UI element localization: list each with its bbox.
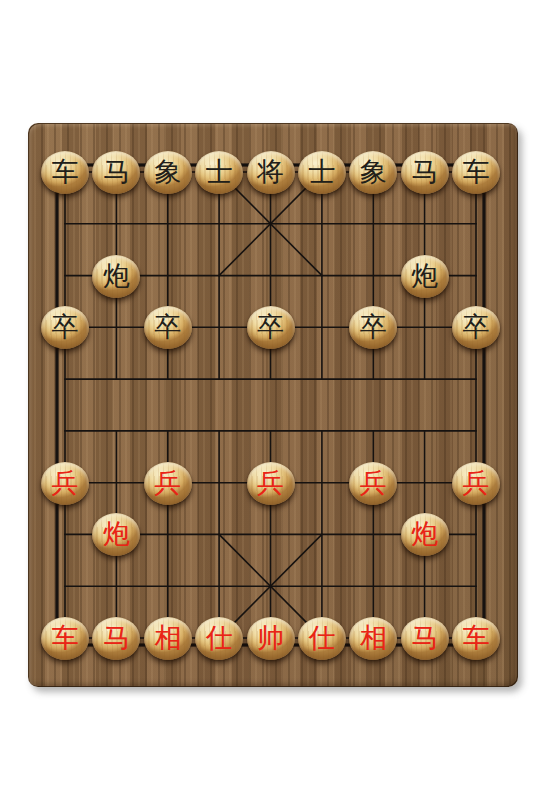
piece-character: 象 <box>360 158 387 185</box>
piece-character: 相 <box>360 624 387 651</box>
piece-character: 仕 <box>308 624 335 651</box>
piece-red-general[interactable]: 帅 <box>247 617 295 660</box>
piece-black-horse[interactable]: 马 <box>401 151 449 194</box>
piece-red-soldier[interactable]: 兵 <box>247 462 295 505</box>
piece-character: 卒 <box>52 313 79 340</box>
piece-black-soldier[interactable]: 卒 <box>144 306 192 349</box>
piece-character: 马 <box>411 158 438 185</box>
piece-character: 卒 <box>257 313 284 340</box>
piece-black-cannon[interactable]: 炮 <box>92 255 140 298</box>
piece-red-advisor[interactable]: 仕 <box>195 617 243 660</box>
piece-black-soldier[interactable]: 卒 <box>247 306 295 349</box>
piece-black-cannon[interactable]: 炮 <box>401 255 449 298</box>
piece-character: 卒 <box>154 313 181 340</box>
piece-character: 马 <box>411 624 438 651</box>
piece-character: 卒 <box>360 313 387 340</box>
piece-red-soldier[interactable]: 兵 <box>41 462 89 505</box>
piece-red-soldier[interactable]: 兵 <box>144 462 192 505</box>
piece-character: 兵 <box>52 469 79 496</box>
piece-character: 兵 <box>463 469 490 496</box>
piece-red-horse[interactable]: 马 <box>401 617 449 660</box>
piece-character: 士 <box>206 158 233 185</box>
piece-character: 马 <box>103 624 130 651</box>
piece-red-elephant[interactable]: 相 <box>349 617 397 660</box>
piece-red-advisor[interactable]: 仕 <box>298 617 346 660</box>
piece-character: 仕 <box>206 624 233 651</box>
piece-character: 将 <box>257 158 284 185</box>
piece-character: 车 <box>463 158 490 185</box>
piece-red-elephant[interactable]: 相 <box>144 617 192 660</box>
piece-black-elephant[interactable]: 象 <box>349 151 397 194</box>
piece-character: 车 <box>463 624 490 651</box>
piece-black-general[interactable]: 将 <box>247 151 295 194</box>
piece-character: 兵 <box>154 469 181 496</box>
piece-character: 车 <box>52 624 79 651</box>
piece-character: 帅 <box>257 624 284 651</box>
piece-red-chariot[interactable]: 车 <box>452 617 500 660</box>
board-grid <box>28 123 518 687</box>
piece-black-chariot[interactable]: 车 <box>41 151 89 194</box>
piece-character: 炮 <box>411 520 438 547</box>
piece-character: 兵 <box>257 469 284 496</box>
piece-character: 炮 <box>103 262 130 289</box>
piece-red-soldier[interactable]: 兵 <box>349 462 397 505</box>
piece-black-chariot[interactable]: 车 <box>452 151 500 194</box>
piece-red-cannon[interactable]: 炮 <box>401 513 449 556</box>
piece-character: 马 <box>103 158 130 185</box>
page-background: 车马象士将士象马车炮炮卒卒卒卒卒兵兵兵兵兵炮炮车马相仕帅仕相马车 <box>0 0 539 812</box>
piece-character: 炮 <box>103 520 130 547</box>
piece-character: 士 <box>308 158 335 185</box>
piece-character: 兵 <box>360 469 387 496</box>
piece-black-advisor[interactable]: 士 <box>298 151 346 194</box>
piece-character: 车 <box>52 158 79 185</box>
piece-black-elephant[interactable]: 象 <box>144 151 192 194</box>
piece-character: 卒 <box>463 313 490 340</box>
piece-character: 相 <box>154 624 181 651</box>
piece-red-chariot[interactable]: 车 <box>41 617 89 660</box>
xiangqi-board[interactable]: 车马象士将士象马车炮炮卒卒卒卒卒兵兵兵兵兵炮炮车马相仕帅仕相马车 <box>28 123 518 687</box>
piece-character: 象 <box>154 158 181 185</box>
piece-red-soldier[interactable]: 兵 <box>452 462 500 505</box>
piece-black-advisor[interactable]: 士 <box>195 151 243 194</box>
piece-character: 炮 <box>411 262 438 289</box>
